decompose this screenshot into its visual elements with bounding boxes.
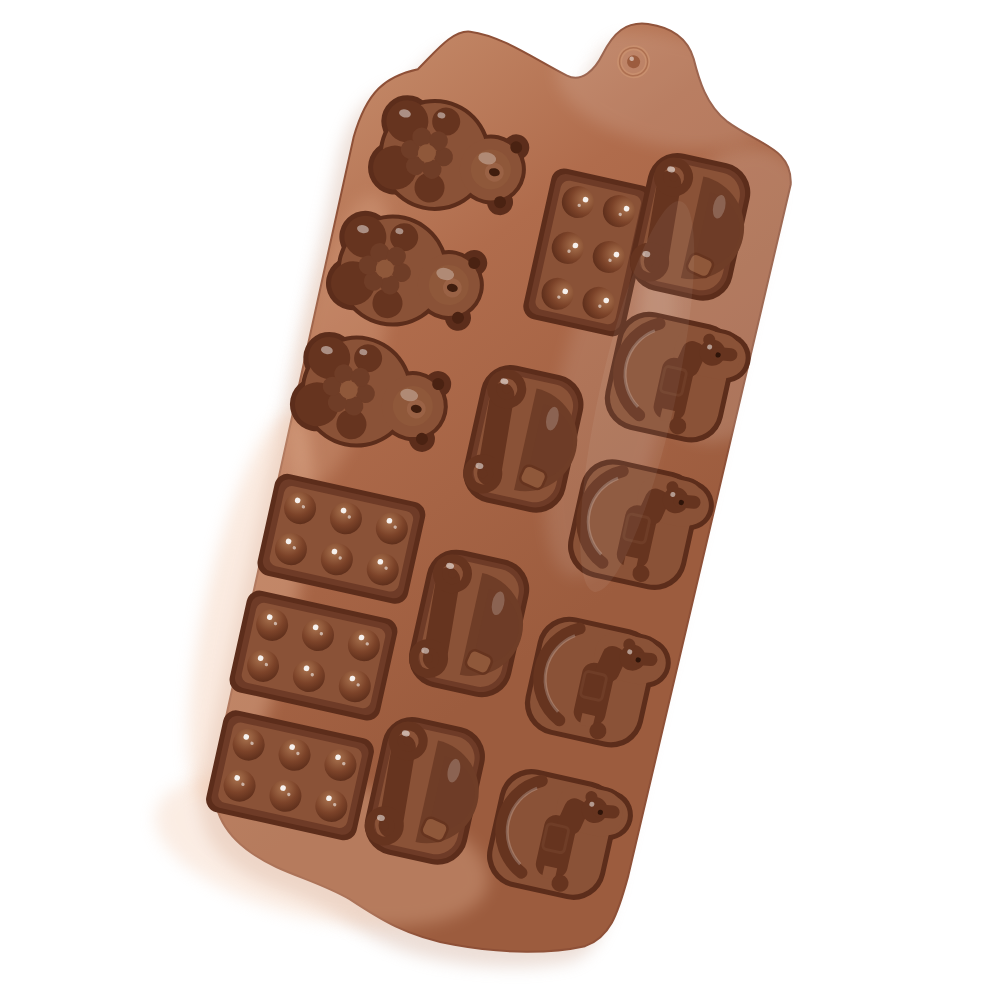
product-photo — [0, 0, 1000, 1000]
mold-photo-canvas — [0, 0, 1000, 1000]
